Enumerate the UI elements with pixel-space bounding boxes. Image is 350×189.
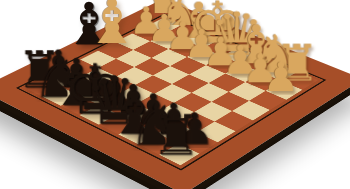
chess-board: ♜♞♝♛♚♝♞♜♟♟♟♟♟♟♟♟♟♟♟♟♟♟♟♟♜♞♝♛♚♝♞♜ bbox=[0, 0, 350, 189]
chess-set-photo: ♜♞♝♛♚♝♞♜♟♟♟♟♟♟♟♟♟♟♟♟♟♟♟♟♜♞♝♛♚♝♞♜ ♝ ♝ bbox=[0, 0, 350, 189]
posed-white-bishop-icon: ♝ bbox=[112, 46, 167, 107]
